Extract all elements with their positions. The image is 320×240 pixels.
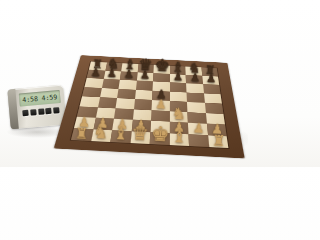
- clock-button-5[interactable]: [53, 107, 60, 114]
- square-a5[interactable]: [82, 87, 101, 97]
- piece-white-pawn: ♟: [211, 122, 223, 136]
- square-h6[interactable]: [203, 84, 221, 94]
- piece-white-pawn: ♟: [97, 116, 109, 130]
- piece-black-bishop: ♝: [123, 58, 136, 72]
- clock-button-3[interactable]: [38, 108, 45, 115]
- square-d4[interactable]: [133, 99, 152, 110]
- square-h7[interactable]: ♟: [202, 75, 219, 84]
- clock-button-1[interactable]: [22, 110, 29, 117]
- piece-black-knight: ♞: [107, 57, 120, 71]
- square-a1[interactable]: ♜: [71, 128, 93, 141]
- square-h3[interactable]: [205, 113, 225, 125]
- square-b3[interactable]: [95, 107, 115, 119]
- chess-board-3d: ♜♞♝♛♚♝♞♜♟♟♟♟♟♟♟♟♟♞♟♟♟♟♟♟♟♜♞♝♛♚♝♜: [54, 55, 245, 158]
- piece-black-king: ♚: [154, 56, 170, 73]
- square-e3[interactable]: [151, 110, 170, 122]
- piece-white-pawn: ♟: [78, 115, 90, 129]
- scene: 4:58 4:59 ♜♞♝♛♚♝♞♜♟♟♟♟♟♟♟♟♟♞♟♟♟♟♟♟♟♜♞♝♛♚…: [0, 0, 250, 167]
- piece-black-bishop: ♝: [171, 60, 184, 74]
- square-d2[interactable]: ♟: [131, 120, 151, 132]
- square-c6[interactable]: [118, 80, 136, 90]
- piece-white-king: ♚: [150, 124, 169, 145]
- square-e2[interactable]: [150, 121, 169, 133]
- piece-white-pawn: ♟: [155, 98, 167, 111]
- square-g6[interactable]: [186, 83, 203, 93]
- square-a7[interactable]: ♟: [87, 70, 105, 79]
- piece-white-rook: ♜: [212, 133, 226, 148]
- square-d1[interactable]: ♛: [130, 131, 150, 144]
- piece-white-pawn: ♟: [116, 117, 128, 131]
- square-f1[interactable]: ♝: [169, 133, 189, 146]
- board-frame: ♜♞♝♛♚♝♞♜♟♟♟♟♟♟♟♟♟♞♟♟♟♟♟♟♟♜♞♝♛♚♝♜: [54, 55, 245, 158]
- chess-board: ♜♞♝♛♚♝♞♜♟♟♟♟♟♟♟♟♟♞♟♟♟♟♟♟♟♜♞♝♛♚♝♜: [71, 62, 228, 149]
- square-c3[interactable]: [114, 108, 134, 120]
- square-b4[interactable]: [98, 97, 118, 108]
- square-g2[interactable]: ♟: [188, 123, 208, 135]
- piece-black-knight: ♞: [188, 61, 201, 75]
- square-c2[interactable]: ♟: [112, 119, 132, 131]
- square-e6[interactable]: [152, 81, 169, 91]
- piece-white-pawn: ♟: [192, 121, 204, 135]
- square-d7[interactable]: ♟: [136, 72, 153, 81]
- square-d5[interactable]: [135, 90, 153, 100]
- piece-black-rook: ♜: [92, 58, 103, 71]
- square-b2[interactable]: ♟: [93, 118, 114, 130]
- piece-white-pawn: ♟: [135, 118, 147, 132]
- clock-button-2[interactable]: [30, 109, 37, 116]
- square-g5[interactable]: [187, 92, 205, 102]
- square-f5[interactable]: [169, 91, 186, 101]
- clock-time-left: 4:58: [22, 94, 38, 103]
- square-b1[interactable]: ♞: [91, 129, 112, 142]
- square-f2[interactable]: ♟: [169, 122, 188, 134]
- clock-button-4[interactable]: [45, 108, 52, 115]
- square-d6[interactable]: [135, 81, 152, 91]
- square-f6[interactable]: [169, 82, 186, 92]
- piece-black-rook: ♜: [204, 64, 215, 77]
- square-a4[interactable]: [80, 96, 100, 107]
- piece-black-queen: ♛: [138, 56, 153, 72]
- clock-buttons: [20, 107, 61, 117]
- square-e5[interactable]: ♟: [152, 90, 169, 100]
- square-b5[interactable]: [100, 88, 119, 98]
- square-a3[interactable]: [77, 106, 98, 118]
- square-g1[interactable]: [188, 134, 208, 147]
- square-c1[interactable]: ♝: [110, 130, 131, 143]
- clock-display: 4:58 4:59: [19, 90, 61, 107]
- square-f4[interactable]: [169, 101, 187, 112]
- piece-white-rook: ♜: [74, 125, 88, 140]
- clock-time-right: 4:59: [41, 93, 57, 102]
- square-h1[interactable]: ♜: [208, 135, 229, 148]
- square-h4[interactable]: [204, 103, 223, 114]
- square-e1[interactable]: ♚: [150, 132, 170, 145]
- square-a2[interactable]: ♟: [74, 117, 95, 129]
